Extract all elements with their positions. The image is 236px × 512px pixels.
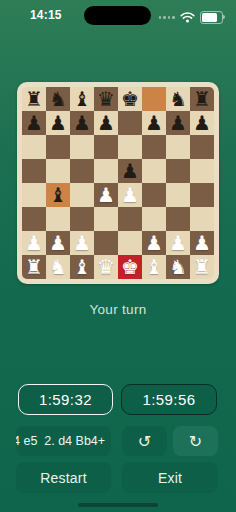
turn-banner: Your turn: [0, 302, 236, 317]
black-pawn-piece: ♟: [121, 159, 139, 183]
square-c3[interactable]: [70, 207, 94, 231]
square-g5[interactable]: [166, 159, 190, 183]
square-g8[interactable]: ♞: [166, 87, 190, 111]
square-d7[interactable]: ♟: [94, 111, 118, 135]
white-queen-piece: ♛: [97, 255, 115, 279]
square-d5[interactable]: [94, 159, 118, 183]
square-g7[interactable]: ♟: [166, 111, 190, 135]
square-a1[interactable]: ♜: [22, 255, 46, 279]
white-knight-piece: ♞: [169, 255, 187, 279]
square-b3[interactable]: [46, 207, 70, 231]
white-pawn-piece: ♟: [97, 183, 115, 207]
square-b2[interactable]: ♟: [46, 231, 70, 255]
white-clock: 1:59:32: [18, 384, 113, 415]
square-e5[interactable]: ♟: [118, 159, 142, 183]
square-e3[interactable]: [118, 207, 142, 231]
square-f6[interactable]: [142, 135, 166, 159]
square-h5[interactable]: [190, 159, 214, 183]
black-pawn-piece: ♟: [193, 111, 211, 135]
square-b8[interactable]: ♞: [46, 87, 70, 111]
square-b5[interactable]: [46, 159, 70, 183]
square-b4[interactable]: ♝: [46, 183, 70, 207]
home-indicator[interactable]: [78, 503, 158, 507]
undo-button[interactable]: ↺: [122, 426, 167, 456]
redo-icon: ↻: [189, 432, 202, 451]
square-c7[interactable]: ♟: [70, 111, 94, 135]
square-a4[interactable]: [22, 183, 46, 207]
square-h4[interactable]: [190, 183, 214, 207]
black-knight-piece: ♞: [49, 87, 67, 111]
square-e7[interactable]: [118, 111, 142, 135]
square-a2[interactable]: ♟: [22, 231, 46, 255]
black-rook-piece: ♜: [193, 87, 211, 111]
square-f2[interactable]: ♟: [142, 231, 166, 255]
square-c2[interactable]: ♟: [70, 231, 94, 255]
square-f3[interactable]: [142, 207, 166, 231]
square-h1[interactable]: ♜: [190, 255, 214, 279]
exit-label: Exit: [158, 470, 182, 486]
square-e6[interactable]: [118, 135, 142, 159]
square-g4[interactable]: [166, 183, 190, 207]
white-pawn-piece: ♟: [25, 231, 43, 255]
square-f8[interactable]: [142, 87, 166, 111]
black-pawn-piece: ♟: [169, 111, 187, 135]
square-a7[interactable]: ♟: [22, 111, 46, 135]
square-d6[interactable]: [94, 135, 118, 159]
dynamic-island: [84, 6, 151, 25]
square-c6[interactable]: [70, 135, 94, 159]
square-b1[interactable]: ♞: [46, 255, 70, 279]
wifi-icon: [180, 12, 195, 23]
chess-app-screen: 14:15 ♜♞♝♛♚♞♜♟♟♟♟♟♟♟♟♝♟♟♟♟♟♟♟♟♜♞♝♛♚♝♞♜ Y…: [0, 0, 236, 512]
square-h3[interactable]: [190, 207, 214, 231]
square-d4[interactable]: ♟: [94, 183, 118, 207]
square-f1[interactable]: ♝: [142, 255, 166, 279]
exit-button[interactable]: Exit: [122, 462, 218, 493]
black-pawn-piece: ♟: [145, 111, 163, 135]
white-bishop-piece: ♝: [145, 255, 163, 279]
clock-time: 14:15: [30, 8, 62, 22]
white-pawn-piece: ♟: [121, 183, 139, 207]
white-knight-piece: ♞: [49, 255, 67, 279]
square-c5[interactable]: [70, 159, 94, 183]
black-bishop-piece: ♝: [49, 183, 67, 207]
move-list-text: 4 e5 2. d4 Bb4+: [16, 434, 105, 448]
square-a3[interactable]: [22, 207, 46, 231]
square-b6[interactable]: [46, 135, 70, 159]
square-d1[interactable]: ♛: [94, 255, 118, 279]
square-g3[interactable]: [166, 207, 190, 231]
square-e2[interactable]: [118, 231, 142, 255]
black-clock: 1:59:56: [121, 384, 217, 415]
square-a8[interactable]: ♜: [22, 87, 46, 111]
restart-button[interactable]: Restart: [16, 462, 111, 493]
white-rook-piece: ♜: [193, 255, 211, 279]
board-frame: ♜♞♝♛♚♞♜♟♟♟♟♟♟♟♟♝♟♟♟♟♟♟♟♟♜♞♝♛♚♝♞♜: [17, 82, 219, 284]
battery-icon: [200, 11, 223, 24]
cellular-dots-icon: [159, 16, 175, 19]
square-g6[interactable]: [166, 135, 190, 159]
square-f4[interactable]: [142, 183, 166, 207]
square-h2[interactable]: ♟: [190, 231, 214, 255]
white-pawn-piece: ♟: [145, 231, 163, 255]
black-pawn-piece: ♟: [97, 111, 115, 135]
square-c8[interactable]: ♝: [70, 87, 94, 111]
square-d3[interactable]: [94, 207, 118, 231]
redo-button[interactable]: ↻: [173, 426, 218, 456]
square-h6[interactable]: [190, 135, 214, 159]
square-e8[interactable]: ♚: [118, 87, 142, 111]
square-c1[interactable]: ♝: [70, 255, 94, 279]
move-list[interactable]: 4 e5 2. d4 Bb4+: [16, 426, 111, 456]
square-g2[interactable]: ♟: [166, 231, 190, 255]
black-queen-piece: ♛: [97, 87, 115, 111]
square-f5[interactable]: [142, 159, 166, 183]
square-h8[interactable]: ♜: [190, 87, 214, 111]
white-pawn-piece: ♟: [73, 231, 91, 255]
square-h7[interactable]: ♟: [190, 111, 214, 135]
white-bishop-piece: ♝: [73, 255, 91, 279]
square-c4[interactable]: [70, 183, 94, 207]
black-pawn-piece: ♟: [25, 111, 43, 135]
white-clock-time: 1:59:32: [39, 391, 92, 408]
white-king-piece: ♚: [121, 255, 139, 279]
black-rook-piece: ♜: [25, 87, 43, 111]
square-d8[interactable]: ♛: [94, 87, 118, 111]
white-rook-piece: ♜: [25, 255, 43, 279]
restart-label: Restart: [40, 470, 87, 486]
white-pawn-piece: ♟: [49, 231, 67, 255]
black-pawn-piece: ♟: [49, 111, 67, 135]
square-f7[interactable]: ♟: [142, 111, 166, 135]
square-b7[interactable]: ♟: [46, 111, 70, 135]
square-a6[interactable]: [22, 135, 46, 159]
status-bar: 14:15: [0, 0, 236, 30]
black-clock-time: 1:59:56: [143, 391, 196, 408]
square-e4[interactable]: ♟: [118, 183, 142, 207]
white-pawn-piece: ♟: [169, 231, 187, 255]
black-king-piece: ♚: [121, 87, 139, 111]
board: ♜♞♝♛♚♞♜♟♟♟♟♟♟♟♟♝♟♟♟♟♟♟♟♟♜♞♝♛♚♝♞♜: [22, 87, 214, 279]
square-g1[interactable]: ♞: [166, 255, 190, 279]
undo-icon: ↺: [138, 432, 151, 451]
square-e1[interactable]: ♚: [118, 255, 142, 279]
status-icons: [159, 11, 223, 24]
black-knight-piece: ♞: [169, 87, 187, 111]
square-d2[interactable]: [94, 231, 118, 255]
black-pawn-piece: ♟: [73, 111, 91, 135]
white-pawn-piece: ♟: [193, 231, 211, 255]
black-bishop-piece: ♝: [73, 87, 91, 111]
square-a5[interactable]: [22, 159, 46, 183]
